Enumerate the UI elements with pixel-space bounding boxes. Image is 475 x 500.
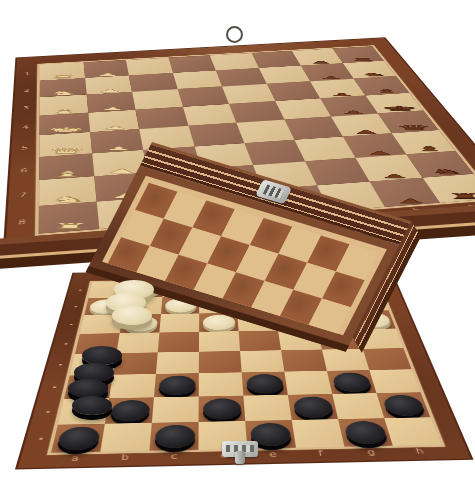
- checker-black: [381, 394, 426, 416]
- checkers-square: [363, 348, 412, 370]
- rank-dot: [39, 438, 43, 440]
- chess-piece-white-rook: ♜: [39, 222, 100, 231]
- checker-black: [203, 398, 242, 420]
- checker-black: [245, 374, 283, 394]
- chess-piece-black-pawn: ♟: [382, 198, 440, 204]
- product-photo-canvas: ♜♟♟♜♞♟♟♞♝♟♟♝♚♟♟♚♛♟♟♛♝♟♟♝♞♟♟♞♜♟♟♜ abcdefg…: [0, 0, 475, 500]
- checkers-square: [369, 369, 420, 393]
- checkers-square: [116, 333, 159, 354]
- checkers-square: [51, 424, 105, 453]
- file-label: h: [415, 448, 425, 455]
- checker-black: [109, 399, 150, 421]
- chess-square: ♜: [39, 201, 99, 233]
- clasp-icon: [255, 179, 292, 204]
- spare-checker-black: [72, 396, 112, 415]
- checkers-square: [100, 423, 151, 452]
- checkers-square: [199, 396, 246, 422]
- rank-dot: [69, 324, 72, 325]
- rank-label: 3: [23, 106, 29, 110]
- checkers-square: [199, 331, 240, 352]
- checkers-square: [156, 352, 199, 374]
- checkers-square: [240, 350, 284, 372]
- checkers-square: [158, 332, 199, 353]
- rank-dot: [53, 386, 57, 388]
- checkers-square: [384, 417, 441, 445]
- checkers-square: [376, 392, 430, 418]
- chess-piece-black-rook: ♜: [435, 192, 475, 200]
- rank-label: 8: [18, 219, 26, 225]
- rank-label: 4: [22, 125, 29, 130]
- file-label: b: [121, 454, 130, 461]
- rank-dot: [79, 290, 82, 291]
- checkers-square: [338, 418, 393, 446]
- file-label: c: [170, 453, 177, 460]
- spare-checker-white: [112, 306, 152, 325]
- checkers-square: [149, 422, 198, 451]
- checker-black: [292, 396, 334, 418]
- checkers-square: [332, 393, 384, 419]
- rank-dot: [64, 343, 67, 345]
- rank-label: 6: [20, 168, 27, 173]
- checkers-square: [242, 372, 288, 396]
- checker-black: [154, 424, 195, 448]
- checkers-square: [105, 397, 154, 423]
- checkers-square: [292, 419, 345, 448]
- checker-black: [331, 372, 372, 392]
- rank-dot: [46, 411, 50, 413]
- checkers-square: [281, 350, 327, 372]
- checker-black: [158, 375, 195, 395]
- checkers-square: [152, 396, 199, 422]
- checkers-square: [243, 395, 291, 421]
- checkers-square: [288, 394, 338, 420]
- spare-checker-black: [82, 346, 122, 365]
- checkers-square: [154, 373, 199, 397]
- rank-label: 7: [19, 192, 27, 198]
- rank-label: 2: [24, 89, 30, 93]
- checkers-square: [327, 370, 377, 394]
- rank-dot: [74, 306, 77, 307]
- checker-black: [56, 426, 101, 450]
- checkers-square: [159, 313, 199, 332]
- checkers-square: [199, 372, 244, 396]
- rank-dot: [59, 364, 63, 366]
- checker-black: [343, 421, 388, 445]
- file-label: g: [366, 449, 376, 456]
- checkers-square: [109, 374, 156, 398]
- file-label: e: [269, 451, 277, 458]
- rank-label: 1: [24, 72, 30, 76]
- file-label: f: [318, 450, 324, 457]
- checkers-square: [199, 351, 242, 373]
- file-label: a: [71, 455, 80, 462]
- clasp-bottom-icon: [222, 441, 258, 457]
- rank-label: 5: [21, 146, 28, 151]
- checkers-square: [284, 371, 332, 395]
